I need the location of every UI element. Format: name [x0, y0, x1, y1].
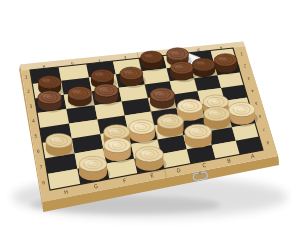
piece-sheen	[207, 98, 217, 102]
piece-sheen	[42, 94, 51, 98]
piece-sheen	[108, 141, 118, 145]
piece-sheen	[133, 123, 143, 127]
piece-light-f7[interactable]	[104, 138, 134, 163]
piece-sheen	[208, 110, 218, 114]
piece-light-d6[interactable]	[157, 114, 186, 138]
piece-sheen	[108, 128, 118, 132]
checkers-photo-scene: HHGGFFEEDDCCBBAA1122334455667788	[0, 0, 291, 240]
piece-sheen	[174, 64, 183, 68]
piece-sheen	[84, 160, 95, 164]
piece-sheen	[189, 128, 199, 132]
piece-sheen	[144, 54, 152, 57]
piece-sheen	[95, 72, 104, 76]
piece-sheen	[161, 117, 171, 121]
piece-sheen	[50, 137, 60, 141]
piece-sheen	[196, 61, 205, 65]
piece-sheen	[218, 57, 227, 61]
piece-sheen	[233, 106, 243, 110]
piece-light-e8[interactable]	[135, 147, 166, 173]
piece-light-e6[interactable]	[129, 120, 158, 144]
piece-sheen	[140, 150, 151, 154]
piece-sheen	[98, 87, 107, 91]
piece-sheen	[154, 91, 163, 95]
piece-light-a6[interactable]	[229, 102, 258, 126]
piece-sheen	[124, 70, 133, 74]
piece-light-h6[interactable]	[46, 133, 75, 157]
piece-light-g8[interactable]	[79, 156, 110, 182]
piece-sheen	[170, 51, 178, 54]
piece-light-c7[interactable]	[185, 124, 215, 149]
piece-sheen	[181, 102, 191, 106]
piece-sheen	[72, 90, 81, 94]
checkers-board: HHGGFFEEDDCCBBAA1122334455667788	[0, 0, 291, 240]
piece-sheen	[42, 79, 51, 83]
